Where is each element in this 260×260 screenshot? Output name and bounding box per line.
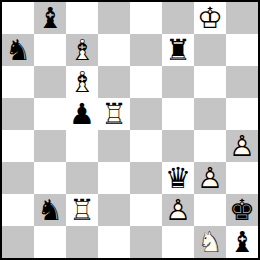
square-b2[interactable]: ♞ (34, 194, 66, 226)
square-g2[interactable] (194, 194, 226, 226)
piece-black-king: ♚ (226, 194, 258, 226)
square-f6[interactable] (162, 66, 194, 98)
piece-white-pawn: ♟♙ (162, 194, 194, 226)
piece-white-bishop: ♝♗ (66, 66, 98, 98)
square-a8[interactable] (2, 2, 34, 34)
square-c5[interactable]: ♟ (66, 98, 98, 130)
piece-black-knight: ♞ (34, 194, 66, 226)
square-g3[interactable]: ♟♙ (194, 162, 226, 194)
square-e1[interactable] (130, 226, 162, 258)
piece-white-pawn: ♟♙ (226, 130, 258, 162)
square-a7[interactable]: ♞ (2, 34, 34, 66)
square-a4[interactable] (2, 130, 34, 162)
piece-white-pawn: ♟♙ (194, 162, 226, 194)
piece-black-pawn: ♟ (66, 98, 98, 130)
square-f5[interactable] (162, 98, 194, 130)
square-c3[interactable] (66, 162, 98, 194)
square-d8[interactable] (98, 2, 130, 34)
square-f7[interactable]: ♜ (162, 34, 194, 66)
square-f2[interactable]: ♟♙ (162, 194, 194, 226)
square-f1[interactable] (162, 226, 194, 258)
square-a3[interactable] (2, 162, 34, 194)
white-pawn-outline: ♙ (226, 130, 258, 162)
square-f3[interactable]: ♛ (162, 162, 194, 194)
piece-black-knight: ♞ (2, 34, 34, 66)
piece-black-queen: ♛ (162, 162, 194, 194)
square-b5[interactable] (34, 98, 66, 130)
square-g6[interactable] (194, 66, 226, 98)
square-h4[interactable]: ♟♙ (226, 130, 258, 162)
square-a5[interactable] (2, 98, 34, 130)
square-d7[interactable] (98, 34, 130, 66)
white-pawn-outline: ♙ (162, 194, 194, 226)
square-g4[interactable] (194, 130, 226, 162)
white-bishop-outline: ♗ (66, 34, 98, 66)
white-pawn-outline: ♙ (194, 162, 226, 194)
square-a2[interactable] (2, 194, 34, 226)
white-knight-outline: ♘ (194, 226, 226, 258)
square-c7[interactable]: ♝♗ (66, 34, 98, 66)
square-d4[interactable] (98, 130, 130, 162)
white-rook-outline: ♖ (66, 194, 98, 226)
square-d2[interactable] (98, 194, 130, 226)
square-b3[interactable] (34, 162, 66, 194)
square-h5[interactable] (226, 98, 258, 130)
chess-diagram: ♝♚♔♞♝♗♜♝♗♟♜♖♟♙♛♟♙♞♜♖♟♙♚♞♘♝ (0, 0, 260, 260)
square-h3[interactable] (226, 162, 258, 194)
piece-white-rook: ♜♖ (98, 98, 130, 130)
piece-black-bishop: ♝ (34, 2, 66, 34)
square-c2[interactable]: ♜♖ (66, 194, 98, 226)
square-g5[interactable] (194, 98, 226, 130)
square-b8[interactable]: ♝ (34, 2, 66, 34)
square-d6[interactable] (98, 66, 130, 98)
square-h2[interactable]: ♚ (226, 194, 258, 226)
square-e2[interactable] (130, 194, 162, 226)
piece-white-king: ♚♔ (194, 2, 226, 34)
square-c1[interactable] (66, 226, 98, 258)
square-b4[interactable] (34, 130, 66, 162)
white-rook-outline: ♖ (98, 98, 130, 130)
square-e8[interactable] (130, 2, 162, 34)
piece-white-bishop: ♝♗ (66, 34, 98, 66)
piece-black-rook: ♜ (162, 34, 194, 66)
square-b6[interactable] (34, 66, 66, 98)
square-h8[interactable] (226, 2, 258, 34)
white-bishop-outline: ♗ (66, 66, 98, 98)
square-g8[interactable]: ♚♔ (194, 2, 226, 34)
square-a1[interactable] (2, 226, 34, 258)
square-c6[interactable]: ♝♗ (66, 66, 98, 98)
square-c4[interactable] (66, 130, 98, 162)
square-a6[interactable] (2, 66, 34, 98)
square-e7[interactable] (130, 34, 162, 66)
square-b7[interactable] (34, 34, 66, 66)
square-f4[interactable] (162, 130, 194, 162)
square-e6[interactable] (130, 66, 162, 98)
square-h1[interactable]: ♝ (226, 226, 258, 258)
piece-black-bishop: ♝ (226, 226, 258, 258)
square-g7[interactable] (194, 34, 226, 66)
square-g1[interactable]: ♞♘ (194, 226, 226, 258)
piece-white-rook: ♜♖ (66, 194, 98, 226)
square-e5[interactable] (130, 98, 162, 130)
square-e3[interactable] (130, 162, 162, 194)
square-d5[interactable]: ♜♖ (98, 98, 130, 130)
square-h6[interactable] (226, 66, 258, 98)
square-d1[interactable] (98, 226, 130, 258)
square-b1[interactable] (34, 226, 66, 258)
square-f8[interactable] (162, 2, 194, 34)
white-king-outline: ♔ (194, 2, 226, 34)
chess-board: ♝♚♔♞♝♗♜♝♗♟♜♖♟♙♛♟♙♞♜♖♟♙♚♞♘♝ (0, 0, 260, 260)
square-e4[interactable] (130, 130, 162, 162)
square-c8[interactable] (66, 2, 98, 34)
square-d3[interactable] (98, 162, 130, 194)
piece-white-knight: ♞♘ (194, 226, 226, 258)
square-h7[interactable] (226, 34, 258, 66)
